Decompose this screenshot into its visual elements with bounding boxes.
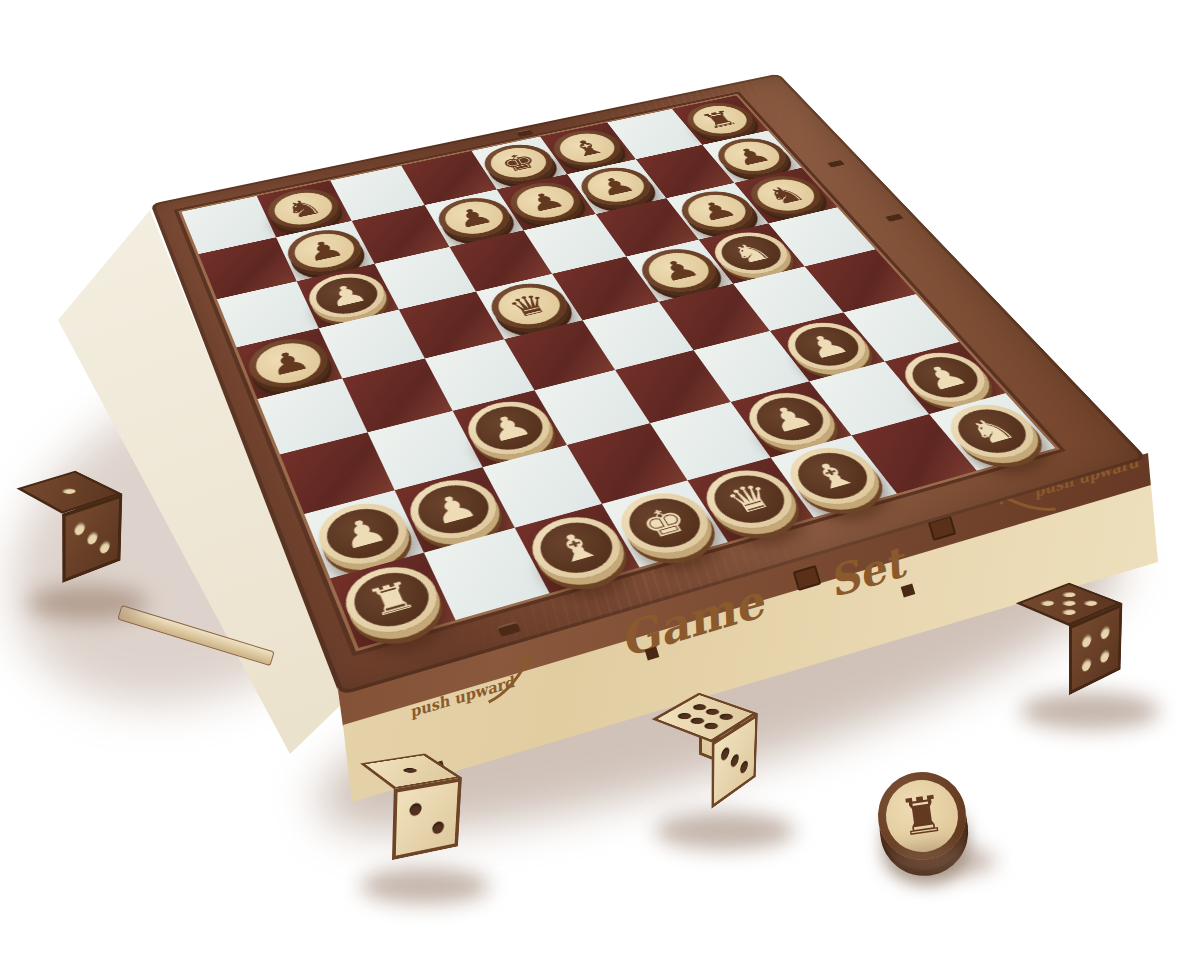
- square-c2[interactable]: [482, 445, 602, 528]
- piece-window: [346, 565, 439, 634]
- square-f1[interactable]: ♝: [770, 436, 896, 518]
- die-face-left-2: [392, 778, 462, 861]
- square-f2[interactable]: ♟: [730, 381, 851, 457]
- square-a2[interactable]: ♟: [304, 490, 423, 578]
- light-pawn-g3[interactable]: ♟: [775, 316, 880, 378]
- square-a1[interactable]: ♜: [330, 553, 455, 648]
- pawn-icon: ♟: [915, 359, 974, 395]
- piece-window: [530, 515, 623, 580]
- piece-window: [250, 337, 328, 389]
- pip: [1060, 591, 1078, 598]
- die-cube: [375, 765, 443, 845]
- square-e3[interactable]: [615, 350, 730, 423]
- die-center[interactable]: [668, 712, 742, 786]
- die-shadow: [360, 868, 490, 904]
- square-e2[interactable]: [650, 402, 770, 480]
- pawn-icon: ♟: [799, 329, 855, 364]
- pip: [721, 746, 729, 763]
- square-b3[interactable]: [367, 411, 482, 490]
- die-right[interactable]: [1032, 600, 1106, 674]
- die-cube: [681, 703, 728, 796]
- pip: [87, 530, 98, 546]
- piece-window: [786, 446, 879, 506]
- square-d3[interactable]: [535, 370, 650, 445]
- piece-window: [746, 391, 835, 447]
- pip: [401, 767, 419, 773]
- square-d2[interactable]: [567, 423, 687, 504]
- rook-icon: ♜: [896, 784, 948, 848]
- pip: [74, 521, 85, 537]
- frame-peg: [516, 129, 533, 137]
- square-c3[interactable]: ♟: [452, 390, 567, 467]
- piece-window: [319, 502, 408, 566]
- square-a3[interactable]: [280, 432, 394, 514]
- pip: [1082, 633, 1092, 649]
- pip: [716, 712, 735, 721]
- pip: [409, 802, 421, 817]
- piece-window: [784, 321, 869, 371]
- pip: [731, 752, 739, 769]
- square-b4[interactable]: [342, 359, 452, 433]
- frame-peg: [497, 621, 521, 637]
- square-c1[interactable]: ♝: [514, 504, 640, 594]
- scene: push upward Game Set push upward push up…: [0, 0, 1196, 980]
- pip: [1060, 599, 1079, 607]
- frame-peg: [884, 213, 903, 222]
- light-rook-a1[interactable]: ♜: [336, 558, 450, 643]
- piece-shadow: [886, 846, 996, 876]
- pip: [1100, 648, 1109, 664]
- pawn-icon: ♟: [425, 488, 483, 531]
- die-shadow: [28, 585, 148, 621]
- light-pawn-b2[interactable]: ♟: [400, 472, 509, 548]
- pip: [1039, 599, 1058, 607]
- square-h2[interactable]: ♟: [885, 342, 1006, 414]
- pip: [1059, 608, 1078, 616]
- square-e1[interactable]: ♛: [687, 458, 813, 542]
- die-cube: [39, 482, 98, 568]
- square-a5[interactable]: ♟: [236, 328, 342, 399]
- square-h1[interactable]: ♞: [929, 393, 1055, 470]
- square-g3[interactable]: ♟: [769, 312, 885, 381]
- pip: [1081, 599, 1100, 607]
- piece-window: [945, 403, 1038, 459]
- light-pawn-a2[interactable]: ♟: [309, 495, 418, 574]
- die-shadow: [1020, 692, 1160, 730]
- square-b1[interactable]: [424, 528, 549, 620]
- piece-window: [900, 351, 989, 404]
- light-pawn-c3[interactable]: ♟: [457, 394, 562, 463]
- queen-icon: ♛: [719, 478, 780, 520]
- light-bishop-f1[interactable]: ♝: [776, 440, 890, 513]
- piece-window: [704, 469, 797, 530]
- square-c4[interactable]: [424, 339, 534, 411]
- square-a4[interactable]: [257, 379, 367, 455]
- square-d4[interactable]: [504, 320, 615, 390]
- piece-window: [410, 478, 499, 540]
- square-g1[interactable]: [851, 414, 977, 494]
- king-icon: ♚: [634, 501, 695, 545]
- knight-icon: ♞: [961, 412, 1023, 451]
- light-queen-e1[interactable]: ♛: [693, 462, 807, 537]
- pip: [701, 721, 720, 730]
- die-left[interactable]: [32, 488, 106, 562]
- die-bottom-left[interactable]: [372, 768, 446, 842]
- pawn-icon: ♟: [263, 345, 314, 380]
- square-d1[interactable]: ♚: [602, 480, 728, 567]
- pawn-icon: ♟: [334, 511, 392, 555]
- pawn-icon: ♟: [761, 400, 820, 438]
- pip: [740, 759, 748, 775]
- pip: [1101, 624, 1110, 640]
- die-cube: [1042, 593, 1095, 682]
- piece-window: [467, 400, 552, 456]
- rook-icon: ♜: [362, 575, 423, 623]
- square-b2[interactable]: ♟: [394, 467, 514, 552]
- light-king-d1[interactable]: ♚: [608, 485, 722, 563]
- light-bishop-c1[interactable]: ♝: [520, 508, 634, 588]
- bishop-icon: ♝: [802, 455, 864, 496]
- light-pawn-h2[interactable]: ♟: [891, 346, 1000, 410]
- piece-window: [618, 492, 711, 555]
- pip: [60, 487, 79, 495]
- square-f3[interactable]: [693, 331, 809, 402]
- frame-peg: [826, 159, 844, 167]
- bishop-icon: ♝: [546, 525, 607, 570]
- die-shadow: [655, 812, 795, 850]
- pip: [100, 539, 110, 554]
- pip: [432, 820, 444, 834]
- pip: [1082, 657, 1091, 673]
- light-knight-h1[interactable]: ♞: [935, 397, 1049, 466]
- pawn-icon: ♟: [481, 409, 537, 448]
- square-g2[interactable]: [809, 361, 930, 435]
- light-pawn-f2[interactable]: ♟: [736, 385, 845, 453]
- dark-pawn-a5[interactable]: ♟: [241, 332, 337, 395]
